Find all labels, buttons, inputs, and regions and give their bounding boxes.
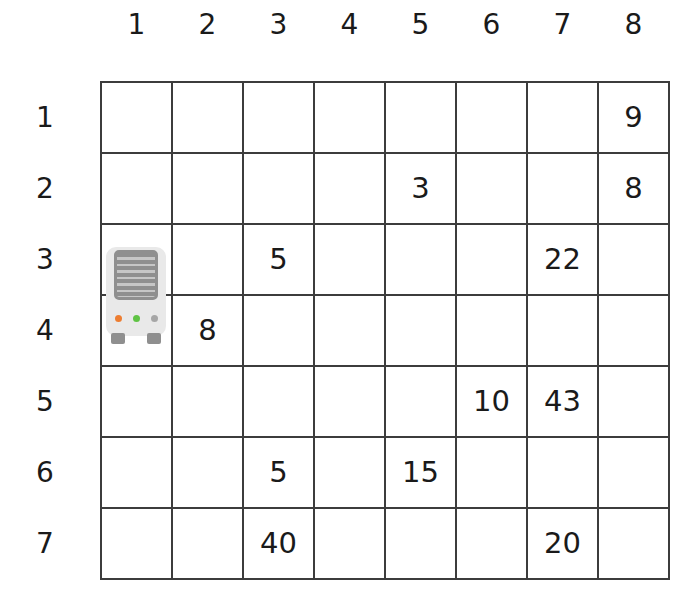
server-foot-left-icon — [111, 333, 125, 344]
server-grille-icon — [114, 250, 158, 300]
column-label-8: 8 — [599, 0, 668, 50]
cell-r4c8[interactable] — [599, 296, 668, 365]
cell-r5c1[interactable] — [102, 367, 171, 436]
cell-r7c3[interactable]: 40 — [244, 509, 313, 578]
cell-r1c2[interactable] — [173, 83, 242, 152]
gridworld-canvas: 12345678 1234567 938522810435154020 — [0, 0, 694, 592]
cell-r4c3[interactable] — [244, 296, 313, 365]
cell-r1c3[interactable] — [244, 83, 313, 152]
column-label-4: 4 — [315, 0, 384, 50]
cell-r1c6[interactable] — [457, 83, 526, 152]
cell-r1c7[interactable] — [528, 83, 597, 152]
row-label-2: 2 — [0, 154, 90, 223]
row-label-7: 7 — [0, 509, 90, 578]
server-light-orange-icon — [115, 315, 122, 322]
cell-r3c6[interactable] — [457, 225, 526, 294]
cell-r4c2[interactable]: 8 — [173, 296, 242, 365]
cell-r1c5[interactable] — [386, 83, 455, 152]
column-label-5: 5 — [386, 0, 455, 50]
cell-r4c6[interactable] — [457, 296, 526, 365]
cell-r2c3[interactable] — [244, 154, 313, 223]
cell-r2c7[interactable] — [528, 154, 597, 223]
row-label-6: 6 — [0, 438, 90, 507]
cell-r2c2[interactable] — [173, 154, 242, 223]
cell-r6c6[interactable] — [457, 438, 526, 507]
cell-r3c4[interactable] — [315, 225, 384, 294]
cell-r3c7[interactable]: 22 — [528, 225, 597, 294]
cell-r5c6[interactable]: 10 — [457, 367, 526, 436]
cell-r1c1[interactable] — [102, 83, 171, 152]
cell-r6c4[interactable] — [315, 438, 384, 507]
cell-r2c6[interactable] — [457, 154, 526, 223]
cell-r4c7[interactable] — [528, 296, 597, 365]
cell-r3c5[interactable] — [386, 225, 455, 294]
server-light-gray-icon — [151, 315, 158, 322]
row-label-3: 3 — [0, 225, 90, 294]
cell-r4c4[interactable] — [315, 296, 384, 365]
cell-r7c8[interactable] — [599, 509, 668, 578]
row-label-4: 4 — [0, 296, 90, 365]
column-label-1: 1 — [102, 0, 171, 50]
cell-r5c8[interactable] — [599, 367, 668, 436]
cell-r6c1[interactable] — [102, 438, 171, 507]
column-label-7: 7 — [528, 0, 597, 50]
cell-r5c4[interactable] — [315, 367, 384, 436]
server-icon[interactable] — [106, 247, 166, 336]
column-label-6: 6 — [457, 0, 526, 50]
cell-r6c3[interactable]: 5 — [244, 438, 313, 507]
cell-r3c8[interactable] — [599, 225, 668, 294]
cell-r6c7[interactable] — [528, 438, 597, 507]
cell-r7c6[interactable] — [457, 509, 526, 578]
cell-r7c5[interactable] — [386, 509, 455, 578]
cell-r2c1[interactable] — [102, 154, 171, 223]
column-label-2: 2 — [173, 0, 242, 50]
cell-r7c1[interactable] — [102, 509, 171, 578]
cell-r1c4[interactable] — [315, 83, 384, 152]
cell-r7c2[interactable] — [173, 509, 242, 578]
server-light-green-icon — [133, 315, 140, 322]
cell-r5c5[interactable] — [386, 367, 455, 436]
cell-r2c8[interactable]: 8 — [599, 154, 668, 223]
cell-r2c4[interactable] — [315, 154, 384, 223]
cell-r5c2[interactable] — [173, 367, 242, 436]
column-labels: 12345678 — [100, 0, 670, 50]
cell-r1c8[interactable]: 9 — [599, 83, 668, 152]
board: 938522810435154020 — [100, 81, 670, 580]
server-foot-right-icon — [147, 333, 161, 344]
cell-r7c7[interactable]: 20 — [528, 509, 597, 578]
cell-r6c5[interactable]: 15 — [386, 438, 455, 507]
cell-r5c3[interactable] — [244, 367, 313, 436]
cell-r3c3[interactable]: 5 — [244, 225, 313, 294]
cell-r3c2[interactable] — [173, 225, 242, 294]
column-label-3: 3 — [244, 0, 313, 50]
row-label-1: 1 — [0, 83, 90, 152]
cell-r5c7[interactable]: 43 — [528, 367, 597, 436]
cell-r4c5[interactable] — [386, 296, 455, 365]
row-label-5: 5 — [0, 367, 90, 436]
server-status-lights — [106, 315, 166, 322]
cell-r6c2[interactable] — [173, 438, 242, 507]
cell-r7c4[interactable] — [315, 509, 384, 578]
cell-r6c8[interactable] — [599, 438, 668, 507]
cell-r2c5[interactable]: 3 — [386, 154, 455, 223]
row-labels: 1234567 — [0, 81, 90, 580]
